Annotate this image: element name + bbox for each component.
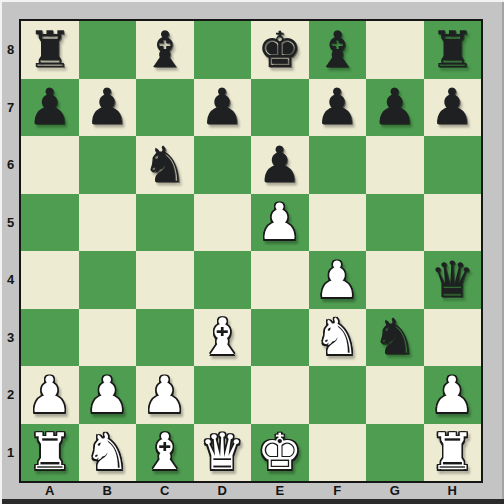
file-label-a: A	[21, 482, 79, 498]
rank-label-5: 5	[2, 194, 19, 252]
square-a2[interactable]: ♟	[21, 366, 79, 424]
square-c1[interactable]: ♝	[136, 424, 194, 482]
square-f4[interactable]: ♟	[309, 251, 367, 309]
black-bishop-piece[interactable]: ♝	[315, 25, 360, 75]
square-a5[interactable]	[21, 194, 79, 252]
square-c6[interactable]: ♞	[136, 136, 194, 194]
square-e6[interactable]: ♟	[251, 136, 309, 194]
white-pawn-piece[interactable]: ♟	[315, 255, 360, 305]
square-d7[interactable]: ♟	[194, 79, 252, 137]
square-c7[interactable]	[136, 79, 194, 137]
square-f1[interactable]	[309, 424, 367, 482]
chess-board: ♜♝♚♝♜♟♟♟♟♟♟♞♟♟♟♛♝♞♞♟♟♟♟♜♞♝♛♚♜	[19, 19, 483, 483]
square-g1[interactable]	[366, 424, 424, 482]
square-h3[interactable]	[424, 309, 482, 367]
square-c2[interactable]: ♟	[136, 366, 194, 424]
square-f6[interactable]	[309, 136, 367, 194]
black-pawn-piece[interactable]: ♟	[372, 82, 417, 132]
black-pawn-piece[interactable]: ♟	[257, 140, 302, 190]
white-bishop-piece[interactable]: ♝	[142, 427, 187, 477]
white-pawn-piece[interactable]: ♟	[85, 370, 130, 420]
white-queen-piece[interactable]: ♛	[200, 427, 245, 477]
square-b1[interactable]: ♞	[79, 424, 137, 482]
square-e5[interactable]: ♟	[251, 194, 309, 252]
square-d4[interactable]	[194, 251, 252, 309]
square-f7[interactable]: ♟	[309, 79, 367, 137]
black-pawn-piece[interactable]: ♟	[430, 82, 475, 132]
square-e3[interactable]	[251, 309, 309, 367]
square-b8[interactable]	[79, 21, 137, 79]
square-g6[interactable]	[366, 136, 424, 194]
square-d5[interactable]	[194, 194, 252, 252]
square-c8[interactable]: ♝	[136, 21, 194, 79]
black-bishop-piece[interactable]: ♝	[142, 25, 187, 75]
square-b2[interactable]: ♟	[79, 366, 137, 424]
board-frame: ♜♝♚♝♜♟♟♟♟♟♟♞♟♟♟♛♝♞♞♟♟♟♟♜♞♝♛♚♜ 87654321 A…	[0, 0, 504, 504]
file-label-b: B	[79, 482, 137, 498]
rank-label-1: 1	[2, 424, 19, 482]
white-pawn-piece[interactable]: ♟	[142, 370, 187, 420]
rank-label-6: 6	[2, 136, 19, 194]
square-g7[interactable]: ♟	[366, 79, 424, 137]
square-d1[interactable]: ♛	[194, 424, 252, 482]
file-label-g: G	[366, 482, 424, 498]
square-e1[interactable]: ♚	[251, 424, 309, 482]
rank-label-8: 8	[2, 21, 19, 79]
white-knight-piece[interactable]: ♞	[85, 427, 130, 477]
square-a3[interactable]	[21, 309, 79, 367]
square-g3[interactable]: ♞	[366, 309, 424, 367]
black-king-piece[interactable]: ♚	[257, 25, 302, 75]
square-h7[interactable]: ♟	[424, 79, 482, 137]
file-label-c: C	[136, 482, 194, 498]
square-e8[interactable]: ♚	[251, 21, 309, 79]
square-e7[interactable]	[251, 79, 309, 137]
rank-label-7: 7	[2, 79, 19, 137]
square-a8[interactable]: ♜	[21, 21, 79, 79]
square-a6[interactable]	[21, 136, 79, 194]
square-e4[interactable]	[251, 251, 309, 309]
square-a1[interactable]: ♜	[21, 424, 79, 482]
square-a4[interactable]	[21, 251, 79, 309]
white-pawn-piece[interactable]: ♟	[27, 370, 72, 420]
black-rook-piece[interactable]: ♜	[430, 25, 475, 75]
file-label-e: E	[251, 482, 309, 498]
square-f5[interactable]	[309, 194, 367, 252]
square-d2[interactable]	[194, 366, 252, 424]
black-knight-piece[interactable]: ♞	[372, 312, 417, 362]
rank-label-4: 4	[2, 251, 19, 309]
square-e2[interactable]	[251, 366, 309, 424]
square-h5[interactable]	[424, 194, 482, 252]
white-rook-piece[interactable]: ♜	[27, 427, 72, 477]
white-king-piece[interactable]: ♚	[257, 427, 302, 477]
square-d3[interactable]: ♝	[194, 309, 252, 367]
black-rook-piece[interactable]: ♜	[27, 25, 72, 75]
square-f3[interactable]: ♞	[309, 309, 367, 367]
black-pawn-piece[interactable]: ♟	[315, 82, 360, 132]
square-b5[interactable]	[79, 194, 137, 252]
white-knight-piece[interactable]: ♞	[315, 312, 360, 362]
black-pawn-piece[interactable]: ♟	[200, 82, 245, 132]
square-d6[interactable]	[194, 136, 252, 194]
square-g5[interactable]	[366, 194, 424, 252]
square-h4[interactable]: ♛	[424, 251, 482, 309]
square-c3[interactable]	[136, 309, 194, 367]
file-label-d: D	[194, 482, 252, 498]
square-c5[interactable]	[136, 194, 194, 252]
square-f2[interactable]	[309, 366, 367, 424]
rank-label-3: 3	[2, 309, 19, 367]
file-label-h: H	[424, 482, 482, 498]
square-b7[interactable]: ♟	[79, 79, 137, 137]
square-h2[interactable]: ♟	[424, 366, 482, 424]
black-pawn-piece[interactable]: ♟	[85, 82, 130, 132]
square-b6[interactable]	[79, 136, 137, 194]
square-b3[interactable]	[79, 309, 137, 367]
square-h1[interactable]: ♜	[424, 424, 482, 482]
black-queen-piece[interactable]: ♛	[430, 255, 475, 305]
white-bishop-piece[interactable]: ♝	[200, 312, 245, 362]
square-c4[interactable]	[136, 251, 194, 309]
rank-label-2: 2	[2, 366, 19, 424]
white-pawn-piece[interactable]: ♟	[430, 370, 475, 420]
square-f8[interactable]: ♝	[309, 21, 367, 79]
square-g2[interactable]	[366, 366, 424, 424]
square-d8[interactable]	[194, 21, 252, 79]
file-label-f: F	[309, 482, 367, 498]
square-g4[interactable]	[366, 251, 424, 309]
square-b4[interactable]	[79, 251, 137, 309]
square-h6[interactable]	[424, 136, 482, 194]
white-rook-piece[interactable]: ♜	[430, 427, 475, 477]
black-pawn-piece[interactable]: ♟	[27, 82, 72, 132]
white-pawn-piece[interactable]: ♟	[257, 197, 302, 247]
square-g8[interactable]	[366, 21, 424, 79]
square-h8[interactable]: ♜	[424, 21, 482, 79]
black-knight-piece[interactable]: ♞	[142, 140, 187, 190]
square-a7[interactable]: ♟	[21, 79, 79, 137]
